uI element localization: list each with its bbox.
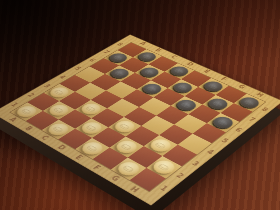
square[interactable]: ⛀	[108, 117, 141, 137]
dark-piece[interactable]: ⛂	[236, 95, 262, 110]
square[interactable]	[91, 108, 124, 127]
light-piece[interactable]: ⛀	[78, 140, 107, 158]
light-piece[interactable]: ⛀	[45, 121, 73, 137]
light-piece[interactable]: ⛀	[112, 138, 140, 156]
light-piece[interactable]: ⛀	[114, 159, 144, 178]
square[interactable]	[126, 126, 159, 146]
square[interactable]	[162, 145, 197, 167]
square[interactable]	[156, 106, 188, 125]
square[interactable]	[128, 146, 163, 168]
square[interactable]	[193, 123, 226, 143]
square[interactable]: ⛀	[75, 138, 109, 159]
light-piece[interactable]: ⛀	[147, 137, 175, 154]
square[interactable]	[141, 116, 174, 135]
square[interactable]	[58, 129, 92, 149]
square[interactable]: ⛀	[146, 156, 181, 179]
light-piece[interactable]: ⛀	[78, 120, 106, 136]
light-piece[interactable]: ⛀	[111, 119, 139, 135]
square[interactable]	[159, 125, 192, 145]
square[interactable]	[174, 114, 207, 133]
square[interactable]: ⛀	[42, 120, 75, 140]
dark-piece[interactable]: ⛂	[210, 115, 237, 131]
square[interactable]	[189, 104, 221, 123]
square[interactable]	[178, 134, 212, 155]
square[interactable]	[93, 148, 128, 170]
square[interactable]	[26, 111, 59, 130]
square[interactable]: ⛀	[144, 135, 178, 156]
square[interactable]	[130, 168, 166, 191]
light-piece[interactable]: ⛀	[13, 104, 40, 119]
square[interactable]: ⛀	[110, 137, 144, 158]
table-surface: ABCDEFGH ABCDEFGH 87654321 87654321 ⛂⛂⛂⛂…	[0, 0, 280, 210]
square[interactable]	[92, 127, 126, 147]
light-piece[interactable]: ⛀	[149, 158, 178, 177]
square[interactable]: ⛀	[75, 118, 108, 138]
square[interactable]	[59, 110, 92, 129]
square[interactable]: ⛀	[111, 158, 146, 181]
square[interactable]	[124, 107, 156, 126]
square[interactable]: ⛂	[207, 113, 240, 132]
